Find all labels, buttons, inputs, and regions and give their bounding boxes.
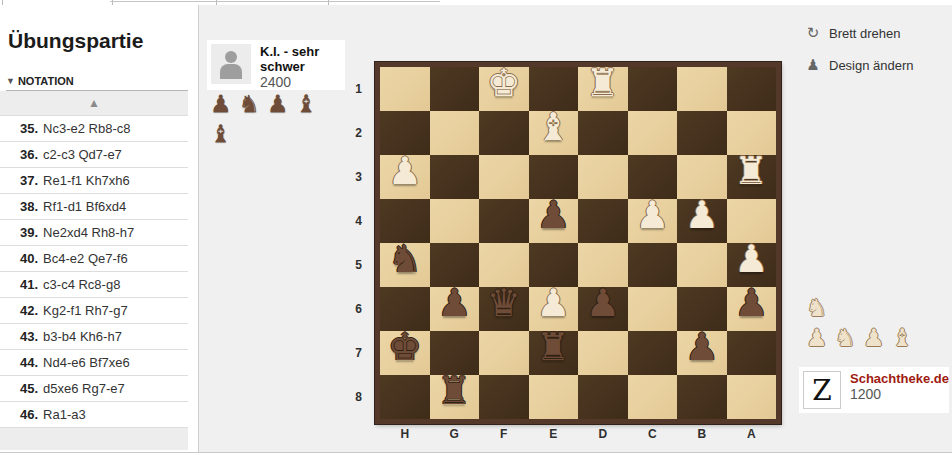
captured-piece-bN: ♞ [239,90,261,118]
rank-label-1: 1 [336,67,362,111]
player-name-bottom: Schachtheke.de [850,371,952,386]
rank-labels: 12345678 [336,67,362,419]
square-c7[interactable] [628,331,678,375]
notation-row[interactable]: 44.Nd4-e6 Bf7xe6 [0,349,188,375]
square-f2[interactable] [479,111,529,155]
page-bottom-divider [0,452,952,453]
piece-wK: ♚ [479,61,529,105]
pawn-icon: ♟ [805,56,821,74]
move-text: Nd4-e6 Bf7xe6 [43,355,130,370]
move-text: Bc4-e2 Qe7-f6 [43,251,128,266]
square-d6[interactable]: ♟ [578,287,628,331]
move-number: 40. [20,251,38,266]
rank-label-4: 4 [336,199,362,243]
file-label-c: C [628,427,678,441]
square-c6[interactable] [628,287,678,331]
square-b8[interactable] [677,375,727,419]
square-b7[interactable]: ♟ [677,331,727,375]
scroll-up-icon: ▲ [88,96,100,110]
captured-piece-bB: ♝ [210,120,232,148]
square-f3[interactable] [479,155,529,199]
piece-bK: ♚ [380,325,430,369]
move-number: 43. [20,329,38,344]
piece-wP: ♟ [529,281,579,325]
sidebar: Übungspartie ▼ NOTATION ▲ 35.Nc3-e2 Rb8-… [0,5,199,452]
moves-scroll-down-area[interactable] [0,427,188,450]
move-text: Ne2xd4 Rh8-h7 [43,225,134,240]
rotate-board-label: Brett drehen [829,26,901,41]
square-c4[interactable]: ♟ [628,199,678,243]
square-b2[interactable] [677,111,727,155]
move-text: c2-c3 Qd7-e7 [43,147,122,162]
move-number: 36. [20,147,38,162]
notation-row[interactable]: 36.c2-c3 Qd7-e7 [0,141,188,167]
move-number: 44. [20,355,38,370]
notation-label: NOTATION [18,75,74,87]
rank-label-5: 5 [336,243,362,287]
piece-wR: ♜ [578,61,628,105]
page: Übungspartie ▼ NOTATION ▲ 35.Nc3-e2 Rb8-… [0,0,952,455]
chess-board: ♚♜♝♟♜♟♟♟♞♟♟♛♟♟♟♚♜♟♜ [380,67,776,419]
move-text: Kg2-f1 Rh7-g7 [43,303,128,318]
move-text: b3-b4 Kh6-h7 [43,329,122,344]
square-d3[interactable] [578,155,628,199]
square-a2[interactable] [727,111,777,155]
file-label-a: A [727,427,777,441]
board-controls: ↻ Brett drehen ♟ Design ändern [805,24,914,88]
square-f4[interactable] [479,199,529,243]
piece-bP: ♟ [529,193,579,237]
square-d7[interactable] [578,331,628,375]
rotate-board-button[interactable]: ↻ Brett drehen [805,24,914,42]
move-text: Ra1-a3 [43,407,86,422]
move-text: Rf1-d1 Bf6xd4 [43,199,126,214]
square-e2[interactable]: ♝ [529,111,579,155]
piece-wP: ♟ [677,193,727,237]
square-c8[interactable] [628,375,678,419]
square-e1[interactable] [529,67,579,111]
square-c1[interactable] [628,67,678,111]
square-a6[interactable]: ♟ [727,287,777,331]
square-a1[interactable] [727,67,777,111]
piece-bN: ♞ [380,237,430,281]
square-g8[interactable]: ♜ [430,375,480,419]
piece-bP: ♟ [430,281,480,325]
file-label-b: B [677,427,727,441]
captured-white-pieces-tray: ♞♟♞♟♝ [806,294,913,354]
square-f8[interactable] [479,375,529,419]
square-h3[interactable]: ♟ [380,155,430,199]
move-text: d5xe6 Rg7-e7 [43,381,125,396]
square-f7[interactable] [479,331,529,375]
notation-row[interactable]: 35.Nc3-e2 Rb8-c8 [0,115,188,141]
piece-bQ: ♛ [479,281,529,325]
square-a5[interactable]: ♟ [727,243,777,287]
rank-label-2: 2 [336,111,362,155]
piece-bP: ♟ [727,281,777,325]
move-number: 41. [20,277,38,292]
piece-wR: ♜ [727,149,777,193]
move-number: 39. [20,225,38,240]
moves-scroll-up-button[interactable]: ▲ [0,91,188,115]
rank-label-6: 6 [336,287,362,331]
move-number: 38. [20,199,38,214]
captured-piece-bP: ♟ [210,90,232,118]
square-d4[interactable] [578,199,628,243]
square-h4[interactable] [380,199,430,243]
piece-bP: ♟ [578,281,628,325]
square-e4[interactable]: ♟ [529,199,579,243]
captured-piece-wN: ♞ [835,324,857,352]
square-g5[interactable] [430,243,480,287]
file-label-e: E [529,427,579,441]
file-label-d: D [578,427,628,441]
square-a4[interactable] [727,199,777,243]
square-g2[interactable] [430,111,480,155]
square-b1[interactable] [677,67,727,111]
move-number: 42. [20,303,38,318]
square-b6[interactable] [677,287,727,331]
captured-piece-bB: ♝ [296,90,318,118]
square-h5[interactable]: ♞ [380,243,430,287]
notation-row[interactable]: 42.Kg2-f1 Rh7-g7 [0,297,188,323]
square-d1[interactable]: ♜ [578,67,628,111]
square-g3[interactable] [430,155,480,199]
schachtheke-logo: Z [803,371,841,409]
piece-bR: ♜ [529,325,579,369]
piece-bR: ♜ [430,369,480,413]
notation-row[interactable]: 43.b3-b4 Kh6-h7 [0,323,188,349]
captured-piece-wP: ♟ [863,324,885,352]
square-g7[interactable] [430,331,480,375]
square-h6[interactable] [380,287,430,331]
piece-wP: ♟ [727,237,777,281]
square-b5[interactable] [677,243,727,287]
avatar-person-icon [220,64,242,79]
move-list: 35.Nc3-e2 Rb8-c836.c2-c3 Qd7-e737.Re1-f1… [0,115,188,427]
avatar-person-icon [225,51,237,63]
notation-row[interactable]: 38.Rf1-d1 Bf6xd4 [0,193,188,219]
square-g6[interactable]: ♟ [430,287,480,331]
move-text: Nc3-e2 Rb8-c8 [43,121,130,136]
rank-label-8: 8 [336,375,362,419]
piece-wP: ♟ [380,149,430,193]
square-h1[interactable] [380,67,430,111]
move-number: 35. [20,121,38,136]
square-g1[interactable] [430,67,480,111]
piece-wP: ♟ [628,193,678,237]
notation-row[interactable]: 40.Bc4-e2 Qe7-f6 [0,245,188,271]
move-text: Re1-f1 Kh7xh6 [43,173,130,188]
square-f1[interactable]: ♚ [479,67,529,111]
square-h8[interactable] [380,375,430,419]
move-number: 45. [20,381,38,396]
move-number: 46. [20,407,38,422]
square-b3[interactable] [677,155,727,199]
square-a3[interactable]: ♜ [727,155,777,199]
square-f6[interactable]: ♛ [479,287,529,331]
square-d8[interactable] [578,375,628,419]
file-label-g: G [430,427,480,441]
square-c5[interactable] [628,243,678,287]
square-a7[interactable] [727,331,777,375]
captured-piece-wB: ♝ [892,324,914,352]
square-e8[interactable] [529,375,579,419]
move-text: c3-c4 Rc8-g8 [43,277,120,292]
captured-piece-wN: ♞ [806,294,828,322]
notation-row[interactable]: 41.c3-c4 Rc8-g8 [0,271,188,297]
notation-row[interactable]: 39.Ne2xd4 Rh8-h7 [0,219,188,245]
file-label-f: F [479,427,529,441]
file-labels: HGFEDCBA [380,427,776,441]
move-number: 37. [20,173,38,188]
square-b4[interactable]: ♟ [677,199,727,243]
change-design-label: Design ändern [829,58,914,73]
captured-piece-wP: ♟ [806,324,828,352]
file-label-h: H [380,427,430,441]
captured-black-pieces-tray: ♟♞♟♝♝ [210,90,317,150]
tab-top-border [110,1,440,2]
piece-bP: ♟ [677,325,727,369]
square-d5[interactable] [578,243,628,287]
square-h2[interactable] [380,111,430,155]
square-d2[interactable] [578,111,628,155]
square-a8[interactable] [727,375,777,419]
captured-piece-bP: ♟ [267,90,289,118]
square-c3[interactable] [628,155,678,199]
piece-wB: ♝ [529,105,579,149]
avatar [211,44,251,84]
square-g4[interactable] [430,199,480,243]
notation-header[interactable]: ▼ NOTATION [6,75,198,87]
notation-row[interactable]: 46.Ra1-a3 [0,401,188,427]
collapse-triangle-icon: ▼ [6,76,15,86]
rotate-icon: ↻ [805,24,821,42]
square-h7[interactable]: ♚ [380,331,430,375]
rank-label-7: 7 [336,331,362,375]
square-e7[interactable]: ♜ [529,331,579,375]
square-c2[interactable] [628,111,678,155]
square-e3[interactable] [529,155,579,199]
square-e5[interactable] [529,243,579,287]
chess-board-frame: ♚♜♝♟♜♟♟♟♞♟♟♛♟♟♟♚♜♟♜ [375,62,781,424]
player-card-bottom: Z Schachtheke.de 1200 [799,367,949,413]
rank-label-3: 3 [336,155,362,199]
square-f5[interactable] [479,243,529,287]
change-design-button[interactable]: ♟ Design ändern [805,56,914,74]
player-card-top: K.I. - sehr schwer 2400 [207,40,345,90]
notation-row[interactable]: 45.d5xe6 Rg7-e7 [0,375,188,401]
square-e6[interactable]: ♟ [529,287,579,331]
player-rating-bottom: 1200 [850,387,952,402]
page-title: Übungspartie [8,29,198,53]
notation-row[interactable]: 37.Re1-f1 Kh7xh6 [0,167,188,193]
